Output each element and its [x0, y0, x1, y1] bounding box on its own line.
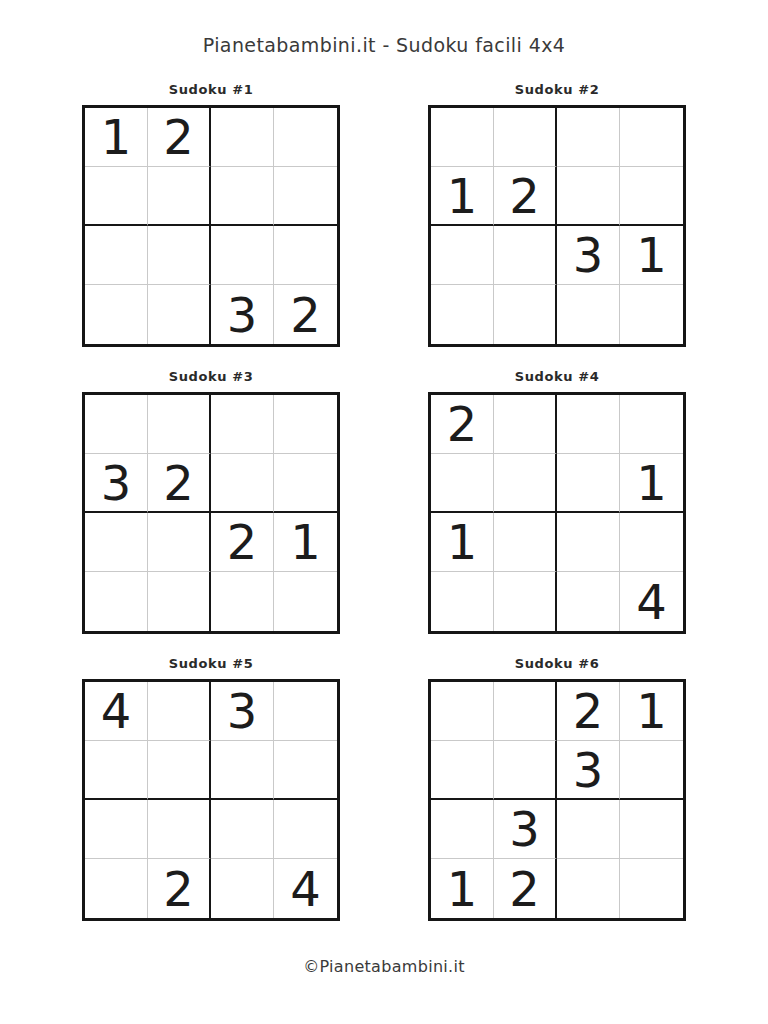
cell-r4c2	[148, 572, 211, 631]
sudoku-board-4: 2114	[428, 392, 686, 634]
worksheet-page: Pianetabambini.it - Sudoku facili 4x4 Su…	[0, 0, 768, 1024]
cell-r2c2	[148, 741, 211, 800]
puzzle-3-title: Sudoku #3	[169, 367, 254, 386]
cell-r3c1	[431, 800, 494, 859]
cell-r2c3	[211, 741, 274, 800]
cell-r2c3	[557, 167, 620, 226]
cell-r1c2	[148, 682, 211, 741]
cell-r2c1	[85, 167, 148, 226]
cell-r4c1	[431, 285, 494, 344]
cell-r1c2	[148, 395, 211, 454]
puzzle-3: Sudoku #3 3221	[82, 367, 340, 634]
puzzle-4-title: Sudoku #4	[515, 367, 600, 386]
page-title: Pianetabambini.it - Sudoku facili 4x4	[0, 0, 768, 56]
cell-r2c4	[620, 167, 683, 226]
puzzle-6-title: Sudoku #6	[515, 654, 600, 673]
cell-r4c3	[211, 859, 274, 918]
cell-r3c3	[557, 800, 620, 859]
cell-r4c1	[85, 285, 148, 344]
cell-r3c1	[431, 226, 494, 285]
sudoku-board-3: 3221	[82, 392, 340, 634]
cell-r3c4	[620, 800, 683, 859]
cell-r3c3: 3	[557, 226, 620, 285]
cell-r3c1	[85, 226, 148, 285]
cell-r4c2: 2	[148, 859, 211, 918]
sudoku-board-6: 213312	[428, 679, 686, 921]
puzzle-1-title: Sudoku #1	[169, 80, 254, 99]
cell-r1c1	[431, 108, 494, 167]
cell-r4c2: 2	[494, 859, 557, 918]
cell-r4c2	[494, 285, 557, 344]
cell-r2c1	[431, 454, 494, 513]
cell-r1c3: 3	[211, 682, 274, 741]
footer-credit: ©Pianetabambini.it	[0, 957, 768, 976]
cell-r2c4	[274, 741, 337, 800]
cell-r3c3	[211, 800, 274, 859]
cell-r2c1: 3	[85, 454, 148, 513]
cell-r2c1	[431, 741, 494, 800]
cell-r1c1: 4	[85, 682, 148, 741]
cell-r4c1	[85, 859, 148, 918]
cell-r2c4	[274, 454, 337, 513]
puzzle-6: Sudoku #6 213312	[428, 654, 686, 921]
cell-r3c3	[557, 513, 620, 572]
cell-r4c4: 2	[274, 285, 337, 344]
puzzle-2: Sudoku #2 1231	[428, 80, 686, 347]
cell-r3c4	[274, 226, 337, 285]
cell-r4c3	[211, 572, 274, 631]
cell-r1c1: 2	[431, 395, 494, 454]
cell-r4c2	[148, 285, 211, 344]
cell-r4c3: 3	[211, 285, 274, 344]
cell-r2c1: 1	[431, 167, 494, 226]
cell-r2c3: 3	[557, 741, 620, 800]
cell-r3c2	[494, 226, 557, 285]
cell-r3c1	[85, 800, 148, 859]
cell-r1c4	[274, 682, 337, 741]
cell-r3c2	[494, 513, 557, 572]
cell-r1c2: 2	[148, 108, 211, 167]
cell-r3c3: 2	[211, 513, 274, 572]
cell-r3c1	[85, 513, 148, 572]
cell-r1c4: 1	[620, 682, 683, 741]
cell-r3c4: 1	[620, 226, 683, 285]
cell-r4c1	[431, 572, 494, 631]
cell-r4c4: 4	[274, 859, 337, 918]
cell-r2c4	[274, 167, 337, 226]
cell-r1c2	[494, 108, 557, 167]
cell-r1c1: 1	[85, 108, 148, 167]
cell-r3c2: 3	[494, 800, 557, 859]
cell-r1c2	[494, 682, 557, 741]
cell-r3c2	[148, 226, 211, 285]
cell-r4c2	[494, 572, 557, 631]
puzzle-1: Sudoku #1 1232	[82, 80, 340, 347]
cell-r2c2	[494, 741, 557, 800]
cell-r2c2: 2	[148, 454, 211, 513]
cell-r4c4	[274, 572, 337, 631]
cell-r3c2	[148, 800, 211, 859]
sudoku-board-1: 1232	[82, 105, 340, 347]
cell-r2c4: 1	[620, 454, 683, 513]
cell-r4c3	[557, 859, 620, 918]
cell-r3c4	[274, 800, 337, 859]
cell-r2c2	[148, 167, 211, 226]
cell-r3c2	[148, 513, 211, 572]
cell-r4c4	[620, 285, 683, 344]
cell-r1c4	[274, 395, 337, 454]
cell-r1c3	[557, 108, 620, 167]
cell-r2c2: 2	[494, 167, 557, 226]
cell-r2c3	[211, 454, 274, 513]
sudoku-board-2: 1231	[428, 105, 686, 347]
cell-r4c1	[85, 572, 148, 631]
puzzle-5-title: Sudoku #5	[169, 654, 254, 673]
cell-r1c3	[211, 395, 274, 454]
cell-r1c3: 2	[557, 682, 620, 741]
cell-r4c1: 1	[431, 859, 494, 918]
cell-r1c2	[494, 395, 557, 454]
cell-r2c3	[211, 167, 274, 226]
puzzles-container: Sudoku #1 1232 Sudoku #2 1231 Sudoku #3 …	[0, 80, 768, 921]
cell-r2c4	[620, 741, 683, 800]
cell-r2c2	[494, 454, 557, 513]
cell-r1c4	[274, 108, 337, 167]
sudoku-board-5: 4324	[82, 679, 340, 921]
cell-r2c3	[557, 454, 620, 513]
puzzle-5: Sudoku #5 4324	[82, 654, 340, 921]
cell-r3c3	[211, 226, 274, 285]
cell-r1c3	[557, 395, 620, 454]
puzzle-4: Sudoku #4 2114	[428, 367, 686, 634]
cell-r1c1	[85, 395, 148, 454]
cell-r3c4: 1	[274, 513, 337, 572]
cell-r4c3	[557, 572, 620, 631]
cell-r1c1	[431, 682, 494, 741]
cell-r3c4	[620, 513, 683, 572]
puzzle-2-title: Sudoku #2	[515, 80, 600, 99]
cell-r2c1	[85, 741, 148, 800]
cell-r1c3	[211, 108, 274, 167]
cell-r1c4	[620, 395, 683, 454]
cell-r4c4	[620, 859, 683, 918]
cell-r3c1: 1	[431, 513, 494, 572]
cell-r4c4: 4	[620, 572, 683, 631]
cell-r1c4	[620, 108, 683, 167]
cell-r4c3	[557, 285, 620, 344]
